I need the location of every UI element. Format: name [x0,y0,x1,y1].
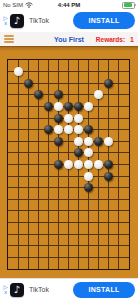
black-stone [34,90,43,99]
game-header: You First Rewards: 1 [0,32,138,47]
tiktok-logo: ♪ [10,283,24,297]
install-button-top[interactable]: INSTALL [73,12,135,29]
white-stone [14,67,23,76]
black-stone [44,125,53,134]
grid-line [8,257,129,258]
black-stone [54,160,63,169]
grid-line [8,187,129,188]
battery-icon [122,2,135,9]
clock-label: 4:44 PM [58,2,81,8]
ad-banner-bottom[interactable]: ▷ x ♪ TikTok INSTALL [0,278,138,300]
black-stone [84,183,93,192]
black-stone [104,172,113,181]
white-stone [74,125,83,134]
ad-banner-top[interactable]: ▷ x ♪ TikTok INSTALL [0,9,138,32]
rewards-value: 1 [130,36,134,43]
white-stone [64,125,73,134]
app-name-label: TikTok [29,17,73,24]
white-stone [84,102,93,111]
install-button-bottom[interactable]: INSTALL [73,282,135,298]
ad-close-icon[interactable]: x [4,290,7,295]
black-stone [64,102,73,111]
white-stone [64,114,73,123]
white-stone [94,160,103,169]
board-background [0,47,138,278]
status-bar: No SIM 4:44 PM [0,0,138,9]
music-note-icon: ♪ [14,285,20,295]
rewards-label: Rewards: [96,36,125,43]
white-stone [94,90,103,99]
white-stone [84,172,93,181]
black-stone [74,148,83,157]
rewards-area: Rewards: 1 [96,36,134,43]
white-stone [104,137,113,146]
black-stone [104,160,113,169]
tiktok-logo: ♪ [10,14,24,28]
turn-indicator: You First [54,36,84,43]
black-stone [54,114,63,123]
white-stone [84,137,93,146]
grid-line [8,71,129,72]
grid-line [8,222,129,223]
black-stone [44,102,53,111]
grid-line [8,234,129,235]
grid-line [8,199,129,200]
wifi-icon [25,2,33,8]
menu-button[interactable] [4,35,14,42]
music-note-icon: ♪ [14,16,20,26]
hamburger-icon [4,35,14,36]
grid-line [8,152,129,153]
white-stone [74,160,83,169]
white-stone [54,125,63,134]
black-stone [74,102,83,111]
grid-line [8,245,129,246]
carrier-label: No SIM [3,2,23,8]
white-stone [54,102,63,111]
white-stone [64,160,73,169]
white-stone [84,160,93,169]
grid-line [8,210,129,211]
app-name-label: TikTok [29,286,73,293]
black-stone [54,90,63,99]
black-stone [94,137,103,146]
ad-close-icon[interactable]: x [4,21,7,26]
black-stone [84,125,93,134]
black-stone [54,137,63,146]
grid-line [8,94,129,95]
white-stone [74,114,83,123]
white-stone [74,137,83,146]
black-stone [24,79,33,88]
board[interactable] [7,59,130,270]
black-stone [104,79,113,88]
white-stone [84,148,93,157]
